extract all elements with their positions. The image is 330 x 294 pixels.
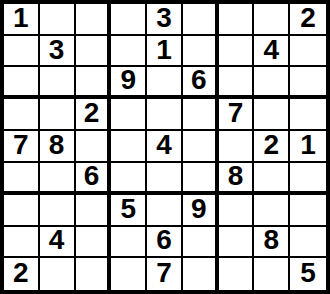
cell-r3c1[interactable] (4, 67, 40, 99)
given-digit: 6 (84, 162, 100, 190)
cell-r6c4[interactable] (111, 163, 147, 195)
cell-r6c9[interactable] (290, 163, 326, 195)
cell-r8c5[interactable]: 6 (147, 227, 183, 259)
cell-r8c8[interactable]: 8 (254, 227, 290, 259)
cell-r6c6[interactable] (183, 163, 219, 195)
cell-r5c4[interactable] (111, 131, 147, 163)
cell-r9c6[interactable] (183, 258, 219, 290)
cell-r4c7[interactable]: 7 (219, 99, 255, 131)
given-digit: 9 (120, 66, 136, 94)
cell-r8c7[interactable] (219, 227, 255, 259)
cell-r9c3[interactable] (76, 258, 112, 290)
cell-r1c6[interactable] (183, 4, 219, 36)
given-digit: 7 (228, 99, 244, 127)
cell-r8c6[interactable] (183, 227, 219, 259)
cell-r9c5[interactable]: 7 (147, 258, 183, 290)
cell-r8c2[interactable]: 4 (40, 227, 76, 259)
cell-r9c7[interactable] (219, 258, 255, 290)
cell-r7c2[interactable] (40, 195, 76, 227)
cell-r2c6[interactable] (183, 36, 219, 68)
cell-r4c8[interactable] (254, 99, 290, 131)
given-digit: 3 (156, 4, 172, 32)
cell-r4c5[interactable] (147, 99, 183, 131)
cell-r7c3[interactable] (76, 195, 112, 227)
cell-r6c2[interactable] (40, 163, 76, 195)
cell-r5c6[interactable] (183, 131, 219, 163)
cell-r6c5[interactable] (147, 163, 183, 195)
cell-r3c3[interactable] (76, 67, 112, 99)
given-digit: 6 (156, 226, 172, 254)
cell-r8c3[interactable] (76, 227, 112, 259)
cell-r1c2[interactable] (40, 4, 76, 36)
given-digit: 1 (156, 36, 172, 64)
cell-r9c1[interactable]: 2 (4, 258, 40, 290)
given-digit: 3 (49, 36, 65, 64)
cell-r9c8[interactable] (254, 258, 290, 290)
cell-r7c6[interactable]: 9 (183, 195, 219, 227)
given-digit: 9 (191, 195, 207, 223)
cell-r2c2[interactable]: 3 (40, 36, 76, 68)
cell-r6c3[interactable]: 6 (76, 163, 112, 195)
cell-r8c1[interactable] (4, 227, 40, 259)
cell-r6c8[interactable] (254, 163, 290, 195)
cell-r7c8[interactable] (254, 195, 290, 227)
cell-r2c3[interactable] (76, 36, 112, 68)
given-digit: 7 (13, 131, 29, 159)
cell-r5c7[interactable] (219, 131, 255, 163)
given-digit: 2 (300, 4, 316, 32)
cell-r4c3[interactable]: 2 (76, 99, 112, 131)
cell-r2c5[interactable]: 1 (147, 36, 183, 68)
sudoku-board: 1323149627784216859468275 (0, 0, 330, 294)
cell-r3c9[interactable] (290, 67, 326, 99)
cell-r6c7[interactable]: 8 (219, 163, 255, 195)
cell-r3c4[interactable]: 9 (111, 67, 147, 99)
cell-r9c4[interactable] (111, 258, 147, 290)
cell-r5c2[interactable]: 8 (40, 131, 76, 163)
cell-r3c6[interactable]: 6 (183, 67, 219, 99)
given-digit: 2 (84, 99, 100, 127)
cell-r2c7[interactable] (219, 36, 255, 68)
cell-r6c1[interactable] (4, 163, 40, 195)
cell-r2c8[interactable]: 4 (254, 36, 290, 68)
given-digit: 4 (264, 36, 280, 64)
cell-r7c4[interactable]: 5 (111, 195, 147, 227)
given-digit: 8 (264, 226, 280, 254)
cell-r3c2[interactable] (40, 67, 76, 99)
given-digit: 4 (49, 226, 65, 254)
cell-r1c3[interactable] (76, 4, 112, 36)
given-digit: 7 (156, 259, 172, 287)
cell-r7c9[interactable] (290, 195, 326, 227)
given-digit: 1 (13, 4, 29, 32)
cell-r8c9[interactable] (290, 227, 326, 259)
given-digit: 5 (300, 259, 316, 287)
given-digit: 2 (264, 131, 280, 159)
given-digit: 1 (300, 131, 316, 159)
cell-r1c9[interactable]: 2 (290, 4, 326, 36)
cell-r1c4[interactable] (111, 4, 147, 36)
cell-r1c1[interactable]: 1 (4, 4, 40, 36)
cell-r5c3[interactable] (76, 131, 112, 163)
cell-r5c8[interactable]: 2 (254, 131, 290, 163)
given-digit: 8 (228, 162, 244, 190)
cell-r2c9[interactable] (290, 36, 326, 68)
cell-r7c5[interactable] (147, 195, 183, 227)
cell-r7c7[interactable] (219, 195, 255, 227)
cell-r3c8[interactable] (254, 67, 290, 99)
cell-r5c5[interactable]: 4 (147, 131, 183, 163)
cell-r1c8[interactable] (254, 4, 290, 36)
cell-r7c1[interactable] (4, 195, 40, 227)
cell-r5c1[interactable]: 7 (4, 131, 40, 163)
cell-r2c1[interactable] (4, 36, 40, 68)
cell-r1c7[interactable] (219, 4, 255, 36)
cell-r2c4[interactable] (111, 36, 147, 68)
cell-r4c1[interactable] (4, 99, 40, 131)
cell-r5c9[interactable]: 1 (290, 131, 326, 163)
given-digit: 2 (13, 259, 29, 287)
cell-r3c7[interactable] (219, 67, 255, 99)
cell-r8c4[interactable] (111, 227, 147, 259)
given-digit: 5 (120, 195, 136, 223)
cell-r4c6[interactable] (183, 99, 219, 131)
cell-r3c5[interactable] (147, 67, 183, 99)
cell-r9c9[interactable]: 5 (290, 258, 326, 290)
cell-r4c9[interactable] (290, 99, 326, 131)
cell-r4c2[interactable] (40, 99, 76, 131)
given-digit: 4 (156, 131, 172, 159)
given-digit: 6 (191, 66, 207, 94)
cell-r1c5[interactable]: 3 (147, 4, 183, 36)
cell-r9c2[interactable] (40, 258, 76, 290)
given-digit: 8 (49, 131, 65, 159)
cell-r4c4[interactable] (111, 99, 147, 131)
